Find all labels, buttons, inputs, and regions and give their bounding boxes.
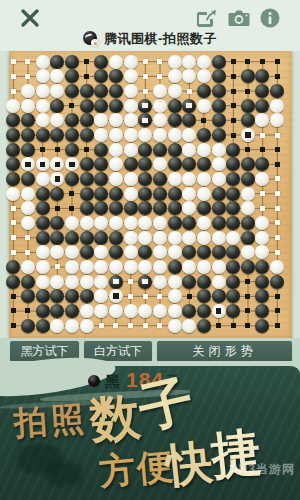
- board-point[interactable]: [79, 157, 94, 172]
- board-point[interactable]: [182, 318, 197, 333]
- board-point[interactable]: [50, 274, 65, 289]
- board-point[interactable]: [226, 113, 241, 128]
- board-point[interactable]: [79, 84, 94, 99]
- camera-icon[interactable]: [227, 7, 251, 29]
- board-point[interactable]: [270, 245, 285, 260]
- board-point[interactable]: [50, 289, 65, 304]
- board-point[interactable]: [79, 54, 94, 69]
- board-point[interactable]: [241, 245, 256, 260]
- board-point[interactable]: [123, 230, 138, 245]
- board-point[interactable]: [50, 304, 65, 319]
- board-point[interactable]: [138, 230, 153, 245]
- board-point[interactable]: [241, 274, 256, 289]
- board-point[interactable]: [65, 84, 80, 99]
- board-point[interactable]: [94, 157, 109, 172]
- board-point[interactable]: [35, 172, 50, 187]
- board-point[interactable]: [182, 98, 197, 113]
- board-point[interactable]: [6, 245, 21, 260]
- board-point[interactable]: [109, 230, 124, 245]
- board-point[interactable]: [94, 69, 109, 84]
- board-point[interactable]: [153, 245, 168, 260]
- board-point[interactable]: [123, 216, 138, 231]
- board-point[interactable]: [123, 98, 138, 113]
- board-point[interactable]: [226, 157, 241, 172]
- board-point[interactable]: [270, 69, 285, 84]
- board-point[interactable]: [241, 113, 256, 128]
- board-point[interactable]: [255, 84, 270, 99]
- board-point[interactable]: [270, 54, 285, 69]
- board-point[interactable]: [211, 54, 226, 69]
- board-point[interactable]: [270, 304, 285, 319]
- board-point[interactable]: [255, 186, 270, 201]
- board-point[interactable]: [35, 230, 50, 245]
- board-point[interactable]: [94, 54, 109, 69]
- board-point[interactable]: [50, 113, 65, 128]
- board-point[interactable]: [167, 201, 182, 216]
- board-point[interactable]: [123, 186, 138, 201]
- board-point[interactable]: [226, 172, 241, 187]
- board-point[interactable]: [270, 113, 285, 128]
- board-point[interactable]: [79, 172, 94, 187]
- board-point[interactable]: [226, 260, 241, 275]
- board-point[interactable]: [241, 69, 256, 84]
- board-point[interactable]: [270, 186, 285, 201]
- board-point[interactable]: [197, 304, 212, 319]
- board-point[interactable]: [197, 172, 212, 187]
- board-point[interactable]: [138, 84, 153, 99]
- board-point[interactable]: [226, 98, 241, 113]
- board-point[interactable]: [138, 142, 153, 157]
- board-point[interactable]: [50, 69, 65, 84]
- board-point[interactable]: [109, 260, 124, 275]
- board-point[interactable]: [211, 201, 226, 216]
- board-point[interactable]: [197, 69, 212, 84]
- board-point[interactable]: [138, 54, 153, 69]
- board-point[interactable]: [109, 54, 124, 69]
- board-point[interactable]: [35, 54, 50, 69]
- board-point[interactable]: [65, 201, 80, 216]
- board-point[interactable]: [153, 274, 168, 289]
- board-point[interactable]: [79, 98, 94, 113]
- board-point[interactable]: [65, 216, 80, 231]
- board-point[interactable]: [6, 318, 21, 333]
- board-point[interactable]: [123, 157, 138, 172]
- board-point[interactable]: [123, 201, 138, 216]
- board-point[interactable]: [197, 98, 212, 113]
- board-point[interactable]: [226, 289, 241, 304]
- board-point[interactable]: [211, 216, 226, 231]
- board-point[interactable]: [35, 142, 50, 157]
- board-point[interactable]: [226, 186, 241, 201]
- board-point[interactable]: [138, 289, 153, 304]
- board-point[interactable]: [65, 113, 80, 128]
- board-point[interactable]: [65, 157, 80, 172]
- board-point[interactable]: [109, 274, 124, 289]
- board-point[interactable]: [197, 157, 212, 172]
- board-point[interactable]: [211, 172, 226, 187]
- board-point[interactable]: [255, 172, 270, 187]
- board-point[interactable]: [21, 318, 36, 333]
- board-point[interactable]: [241, 260, 256, 275]
- board-point[interactable]: [6, 260, 21, 275]
- board-point[interactable]: [167, 274, 182, 289]
- board-point[interactable]: [21, 172, 36, 187]
- board-point[interactable]: [50, 216, 65, 231]
- board-point[interactable]: [197, 201, 212, 216]
- board-point[interactable]: [255, 230, 270, 245]
- board-point[interactable]: [21, 216, 36, 231]
- board-point[interactable]: [94, 230, 109, 245]
- board-point[interactable]: [21, 289, 36, 304]
- board-point[interactable]: [50, 142, 65, 157]
- board-point[interactable]: [226, 318, 241, 333]
- board-point[interactable]: [21, 245, 36, 260]
- board-point[interactable]: [123, 304, 138, 319]
- board-point[interactable]: [6, 157, 21, 172]
- board-point[interactable]: [255, 216, 270, 231]
- board-point[interactable]: [123, 172, 138, 187]
- board-point[interactable]: [21, 128, 36, 143]
- board-point[interactable]: [153, 289, 168, 304]
- board-point[interactable]: [65, 260, 80, 275]
- board-point[interactable]: [50, 245, 65, 260]
- board-point[interactable]: [226, 274, 241, 289]
- board-point[interactable]: [241, 157, 256, 172]
- board-point[interactable]: [211, 128, 226, 143]
- board-point[interactable]: [241, 216, 256, 231]
- board-point[interactable]: [255, 245, 270, 260]
- close-icon[interactable]: [18, 7, 42, 29]
- board-point[interactable]: [138, 172, 153, 187]
- board-point[interactable]: [50, 318, 65, 333]
- board-point[interactable]: [79, 201, 94, 216]
- board-point[interactable]: [255, 318, 270, 333]
- board-point[interactable]: [21, 84, 36, 99]
- board-point[interactable]: [241, 142, 256, 157]
- board-point[interactable]: [6, 142, 21, 157]
- board-point[interactable]: [241, 201, 256, 216]
- board-point[interactable]: [65, 230, 80, 245]
- board-point[interactable]: [211, 245, 226, 260]
- board-point[interactable]: [123, 318, 138, 333]
- board-point[interactable]: [197, 274, 212, 289]
- board-point[interactable]: [226, 216, 241, 231]
- board-point[interactable]: [167, 54, 182, 69]
- board-point[interactable]: [6, 304, 21, 319]
- board-point[interactable]: [123, 128, 138, 143]
- info-icon[interactable]: [258, 7, 282, 29]
- board-point[interactable]: [182, 142, 197, 157]
- board-point[interactable]: [123, 289, 138, 304]
- board-point[interactable]: [94, 289, 109, 304]
- board-point[interactable]: [6, 274, 21, 289]
- board-point[interactable]: [270, 157, 285, 172]
- board-point[interactable]: [167, 289, 182, 304]
- board-point[interactable]: [138, 69, 153, 84]
- board-point[interactable]: [50, 157, 65, 172]
- board-point[interactable]: [123, 245, 138, 260]
- board-point[interactable]: [211, 274, 226, 289]
- board-point[interactable]: [167, 113, 182, 128]
- board-point[interactable]: [94, 142, 109, 157]
- board-point[interactable]: [79, 128, 94, 143]
- board-point[interactable]: [270, 216, 285, 231]
- board-point[interactable]: [65, 128, 80, 143]
- board-point[interactable]: [138, 128, 153, 143]
- board-point[interactable]: [270, 201, 285, 216]
- board-point[interactable]: [182, 157, 197, 172]
- board-point[interactable]: [94, 84, 109, 99]
- board-point[interactable]: [21, 274, 36, 289]
- board-point[interactable]: [197, 289, 212, 304]
- board-point[interactable]: [50, 84, 65, 99]
- board-point[interactable]: [255, 54, 270, 69]
- board-point[interactable]: [197, 318, 212, 333]
- board-point[interactable]: [182, 260, 197, 275]
- board-point[interactable]: [241, 172, 256, 187]
- board-point[interactable]: [182, 245, 197, 260]
- board-point[interactable]: [138, 318, 153, 333]
- board-point[interactable]: [153, 84, 168, 99]
- board-point[interactable]: [153, 186, 168, 201]
- board-point[interactable]: [21, 69, 36, 84]
- board-point[interactable]: [94, 318, 109, 333]
- board-point[interactable]: [167, 230, 182, 245]
- board-point[interactable]: [79, 142, 94, 157]
- board-point[interactable]: [211, 230, 226, 245]
- board-point[interactable]: [21, 54, 36, 69]
- board-point[interactable]: [241, 186, 256, 201]
- board-point[interactable]: [79, 289, 94, 304]
- board-point[interactable]: [6, 54, 21, 69]
- board-point[interactable]: [50, 98, 65, 113]
- board-point[interactable]: [138, 98, 153, 113]
- board-point[interactable]: [35, 289, 50, 304]
- board-point[interactable]: [167, 98, 182, 113]
- board-point[interactable]: [255, 113, 270, 128]
- board-point[interactable]: [35, 113, 50, 128]
- board-point[interactable]: [79, 318, 94, 333]
- board-point[interactable]: [138, 245, 153, 260]
- board-point[interactable]: [182, 230, 197, 245]
- board-point[interactable]: [255, 157, 270, 172]
- board-point[interactable]: [65, 289, 80, 304]
- board-point[interactable]: [226, 304, 241, 319]
- board-point[interactable]: [35, 98, 50, 113]
- board-point[interactable]: [79, 274, 94, 289]
- board-point[interactable]: [94, 304, 109, 319]
- board-point[interactable]: [153, 54, 168, 69]
- board-point[interactable]: [226, 142, 241, 157]
- board-point[interactable]: [211, 318, 226, 333]
- board-point[interactable]: [6, 128, 21, 143]
- board-point[interactable]: [153, 216, 168, 231]
- board-point[interactable]: [109, 172, 124, 187]
- board-point[interactable]: [255, 142, 270, 157]
- board-point[interactable]: [35, 186, 50, 201]
- board-point[interactable]: [241, 289, 256, 304]
- board-point[interactable]: [79, 113, 94, 128]
- board-point[interactable]: [35, 274, 50, 289]
- board-point[interactable]: [255, 260, 270, 275]
- board-point[interactable]: [94, 98, 109, 113]
- board-point[interactable]: [197, 230, 212, 245]
- board-point[interactable]: [65, 172, 80, 187]
- board-point[interactable]: [21, 260, 36, 275]
- board-point[interactable]: [109, 216, 124, 231]
- board-point[interactable]: [182, 304, 197, 319]
- board-point[interactable]: [211, 260, 226, 275]
- board-point[interactable]: [6, 172, 21, 187]
- board-point[interactable]: [153, 318, 168, 333]
- board-point[interactable]: [79, 304, 94, 319]
- board-point[interactable]: [109, 186, 124, 201]
- board-point[interactable]: [153, 142, 168, 157]
- board-point[interactable]: [123, 113, 138, 128]
- board-point[interactable]: [270, 128, 285, 143]
- board-point[interactable]: [255, 289, 270, 304]
- board-point[interactable]: [79, 216, 94, 231]
- board-point[interactable]: [50, 260, 65, 275]
- board-point[interactable]: [50, 54, 65, 69]
- board-point[interactable]: [255, 69, 270, 84]
- board-point[interactable]: [226, 54, 241, 69]
- board-point[interactable]: [167, 69, 182, 84]
- board-point[interactable]: [226, 128, 241, 143]
- board-point[interactable]: [109, 69, 124, 84]
- board-point[interactable]: [94, 274, 109, 289]
- board-point[interactable]: [35, 304, 50, 319]
- board-point[interactable]: [167, 84, 182, 99]
- board-point[interactable]: [94, 245, 109, 260]
- board-point[interactable]: [6, 186, 21, 201]
- board-point[interactable]: [197, 260, 212, 275]
- board-point[interactable]: [182, 289, 197, 304]
- board-point[interactable]: [167, 318, 182, 333]
- board-point[interactable]: [138, 274, 153, 289]
- board-point[interactable]: [153, 172, 168, 187]
- board-point[interactable]: [255, 274, 270, 289]
- board-point[interactable]: [197, 142, 212, 157]
- board-point[interactable]: [211, 289, 226, 304]
- board-point[interactable]: [50, 201, 65, 216]
- board-point[interactable]: [79, 230, 94, 245]
- board-point[interactable]: [123, 54, 138, 69]
- board-point[interactable]: [50, 230, 65, 245]
- board-point[interactable]: [153, 128, 168, 143]
- board-point[interactable]: [211, 186, 226, 201]
- board-point[interactable]: [35, 128, 50, 143]
- board-point[interactable]: [167, 157, 182, 172]
- board-point[interactable]: [255, 98, 270, 113]
- board-point[interactable]: [65, 54, 80, 69]
- board-point[interactable]: [138, 260, 153, 275]
- board-point[interactable]: [241, 128, 256, 143]
- board-point[interactable]: [35, 69, 50, 84]
- board-point[interactable]: [94, 186, 109, 201]
- board-point[interactable]: [65, 98, 80, 113]
- board-point[interactable]: [270, 98, 285, 113]
- board-point[interactable]: [50, 128, 65, 143]
- board-point[interactable]: [109, 289, 124, 304]
- board-point[interactable]: [241, 54, 256, 69]
- board-point[interactable]: [109, 245, 124, 260]
- board-point[interactable]: [35, 201, 50, 216]
- board-point[interactable]: [153, 304, 168, 319]
- board-point[interactable]: [6, 289, 21, 304]
- board-point[interactable]: [35, 245, 50, 260]
- board-point[interactable]: [226, 201, 241, 216]
- board-point[interactable]: [65, 245, 80, 260]
- board-point[interactable]: [109, 318, 124, 333]
- board-point[interactable]: [226, 230, 241, 245]
- board-point[interactable]: [241, 84, 256, 99]
- board-point[interactable]: [94, 113, 109, 128]
- board-point[interactable]: [138, 157, 153, 172]
- board-point[interactable]: [182, 69, 197, 84]
- board-point[interactable]: [138, 113, 153, 128]
- board-point[interactable]: [226, 69, 241, 84]
- board-point[interactable]: [6, 113, 21, 128]
- board-point[interactable]: [167, 142, 182, 157]
- board-point[interactable]: [138, 304, 153, 319]
- board-point[interactable]: [211, 113, 226, 128]
- board-point[interactable]: [153, 260, 168, 275]
- board-point[interactable]: [6, 230, 21, 245]
- board-point[interactable]: [167, 304, 182, 319]
- board-point[interactable]: [270, 230, 285, 245]
- board-point[interactable]: [167, 245, 182, 260]
- board-point[interactable]: [21, 157, 36, 172]
- board-point[interactable]: [153, 230, 168, 245]
- board-point[interactable]: [197, 128, 212, 143]
- board-point[interactable]: [182, 216, 197, 231]
- board-point[interactable]: [65, 304, 80, 319]
- board-point[interactable]: [182, 84, 197, 99]
- board-point[interactable]: [94, 260, 109, 275]
- board-point[interactable]: [270, 142, 285, 157]
- board-point[interactable]: [109, 113, 124, 128]
- go-board[interactable]: [9, 51, 292, 338]
- board-point[interactable]: [6, 69, 21, 84]
- board-point[interactable]: [109, 98, 124, 113]
- board-point[interactable]: [109, 304, 124, 319]
- board-point[interactable]: [182, 274, 197, 289]
- board-point[interactable]: [270, 318, 285, 333]
- board-point[interactable]: [211, 84, 226, 99]
- board-point[interactable]: [50, 172, 65, 187]
- board-point[interactable]: [6, 201, 21, 216]
- board-point[interactable]: [94, 216, 109, 231]
- board-point[interactable]: [182, 128, 197, 143]
- board-point[interactable]: [35, 216, 50, 231]
- board-point[interactable]: [197, 84, 212, 99]
- board-point[interactable]: [182, 113, 197, 128]
- board-point[interactable]: [123, 69, 138, 84]
- board-point[interactable]: [211, 98, 226, 113]
- board-point[interactable]: [211, 304, 226, 319]
- board-point[interactable]: [270, 172, 285, 187]
- board-point[interactable]: [182, 186, 197, 201]
- board-point[interactable]: [197, 186, 212, 201]
- board-point[interactable]: [79, 260, 94, 275]
- board-point[interactable]: [21, 98, 36, 113]
- board-point[interactable]: [138, 201, 153, 216]
- board-point[interactable]: [153, 69, 168, 84]
- board-point[interactable]: [153, 157, 168, 172]
- board-point[interactable]: [270, 84, 285, 99]
- board-point[interactable]: [138, 216, 153, 231]
